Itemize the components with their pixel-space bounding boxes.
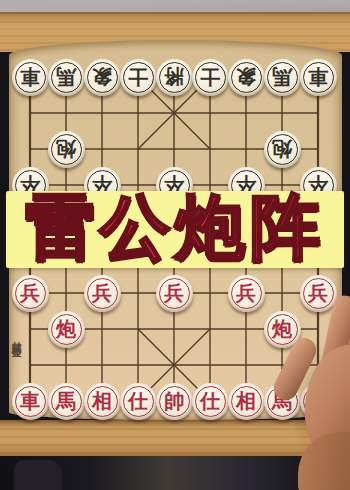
piece-red-r9c4[interactable]: 帥	[156, 383, 193, 420]
piece-red-r9c3[interactable]: 仕	[120, 383, 157, 420]
piece-glyph: 炮	[272, 139, 292, 159]
piece-red-r9c1[interactable]: 馬	[48, 383, 85, 420]
piece-red-r6c4[interactable]: 兵	[156, 275, 193, 312]
watermark-text: 廿回粉壶	[9, 333, 23, 341]
piece-glyph: 帥	[164, 391, 184, 411]
piece-black-r0c3[interactable]: 士	[120, 59, 157, 96]
piece-black-r0c4[interactable]: 將	[156, 59, 193, 96]
piece-glyph: 士	[128, 67, 148, 87]
piece-glyph: 將	[164, 67, 184, 87]
piece-glyph: 車	[308, 67, 328, 87]
piece-glyph: 馬	[272, 391, 292, 411]
piece-black-r0c5[interactable]: 士	[192, 59, 229, 96]
piece-red-r6c2[interactable]: 兵	[84, 275, 121, 312]
piece-glyph: 兵	[92, 283, 112, 303]
piece-glyph: 炮	[56, 139, 76, 159]
piece-red-r9c8[interactable]: 車	[300, 383, 337, 420]
caption-banner: 雷公炮阵	[6, 191, 344, 268]
piece-glyph: 車	[20, 67, 40, 87]
piece-glyph: 車	[20, 391, 40, 411]
piece-glyph: 相	[236, 391, 256, 411]
piece-red-r6c8[interactable]: 兵	[300, 275, 337, 312]
piece-black-r2c1[interactable]: 炮	[48, 131, 85, 168]
piece-glyph: 炮	[272, 319, 292, 339]
piece-glyph: 馬	[272, 67, 292, 87]
piece-red-r9c5[interactable]: 仕	[192, 383, 229, 420]
piece-glyph: 車	[308, 391, 328, 411]
piece-glyph: 仕	[200, 391, 220, 411]
piece-red-r9c0[interactable]: 車	[12, 383, 49, 420]
piece-black-r0c8[interactable]: 車	[300, 59, 337, 96]
piece-glyph: 兵	[308, 283, 328, 303]
piece-red-r7c1[interactable]: 炮	[48, 311, 85, 348]
piece-glyph: 兵	[164, 283, 184, 303]
piece-red-r6c6[interactable]: 兵	[228, 275, 265, 312]
piece-black-r2c7[interactable]: 炮	[264, 131, 301, 168]
piece-black-r0c2[interactable]: 象	[84, 59, 121, 96]
piece-glyph: 象	[92, 67, 112, 87]
knee-shadow	[14, 460, 62, 490]
piece-black-r0c6[interactable]: 象	[228, 59, 265, 96]
piece-glyph: 仕	[128, 391, 148, 411]
piece-glyph: 兵	[236, 283, 256, 303]
screenshot-root: 車馬象士將士象馬車炮炮卒卒卒卒卒兵兵兵兵兵炮炮車馬相仕帥仕相馬車 雷公炮阵 廿回…	[0, 0, 350, 490]
piece-red-r9c7[interactable]: 馬	[264, 383, 301, 420]
piece-glyph: 兵	[20, 283, 40, 303]
piece-black-r0c0[interactable]: 車	[12, 59, 49, 96]
caption-text: 雷公炮阵	[25, 181, 325, 275]
piece-glyph: 馬	[56, 391, 76, 411]
piece-glyph: 士	[200, 67, 220, 87]
piece-glyph: 相	[92, 391, 112, 411]
piece-red-r9c2[interactable]: 相	[84, 383, 121, 420]
piece-black-r0c7[interactable]: 馬	[264, 59, 301, 96]
piece-glyph: 象	[236, 67, 256, 87]
piece-red-r6c0[interactable]: 兵	[12, 275, 49, 312]
piece-red-r9c6[interactable]: 相	[228, 383, 265, 420]
piece-black-r0c1[interactable]: 馬	[48, 59, 85, 96]
piece-glyph: 馬	[56, 67, 76, 87]
piece-red-r7c7[interactable]: 炮	[264, 311, 301, 348]
piece-glyph: 炮	[56, 319, 76, 339]
